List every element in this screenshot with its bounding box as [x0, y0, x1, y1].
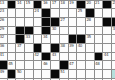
- clue-number: 44: [104, 53, 108, 57]
- clue-number: 24: [34, 9, 38, 13]
- cell-r4c9-black: [77, 35, 85, 43]
- cell-r7c8[interactable]: 47: [69, 61, 77, 69]
- cell-r5c8[interactable]: 39: [69, 44, 77, 52]
- cell-r4c6[interactable]: [51, 35, 59, 43]
- clue-number: 22: [112, 1, 115, 5]
- cell-r0c13[interactable]: 22: [112, 1, 115, 9]
- cell-r4c13[interactable]: [112, 35, 115, 43]
- clue-number: 38: [60, 44, 64, 48]
- cell-r7c5[interactable]: 46: [42, 61, 50, 69]
- cell-r1c10-black: [86, 9, 94, 17]
- clue-number: 36: [0, 44, 4, 48]
- cell-r9c5[interactable]: [42, 79, 50, 80]
- cell-r9c1[interactable]: [8, 79, 16, 80]
- clue-number: 18: [60, 1, 64, 5]
- cell-r4c8-black: [69, 35, 77, 43]
- cell-r2c1[interactable]: [8, 18, 16, 26]
- clue-number: 40: [78, 44, 82, 48]
- cell-r4c10[interactable]: 35: [86, 35, 94, 43]
- cell-r1c7[interactable]: [60, 9, 68, 17]
- cell-r2c4[interactable]: [34, 18, 42, 26]
- cell-r5c7[interactable]: 38: [60, 44, 68, 52]
- cell-r0c4-black: [34, 1, 42, 9]
- cell-r1c2[interactable]: [16, 9, 24, 17]
- cell-r1c9[interactable]: 25: [77, 9, 85, 17]
- cell-r0c9-black: [77, 1, 85, 9]
- cell-r0c10[interactable]: 20: [86, 1, 94, 9]
- cell-r2c12-black: [103, 18, 111, 26]
- cell-r1c3[interactable]: [25, 9, 33, 17]
- cell-r7c10[interactable]: [86, 61, 94, 69]
- cell-r5c0[interactable]: 36: [0, 44, 7, 52]
- clue-number: 42: [34, 53, 38, 57]
- cell-r6c13[interactable]: [112, 53, 115, 61]
- cell-r5c1[interactable]: [8, 44, 16, 52]
- cell-r0c2[interactable]: 14: [16, 1, 24, 9]
- cell-r5c2[interactable]: 37: [16, 44, 24, 52]
- cell-r9c3[interactable]: [25, 79, 33, 80]
- cell-r3c7[interactable]: [60, 27, 68, 35]
- cell-r2c0[interactable]: 26: [0, 18, 7, 26]
- cell-r6c10[interactable]: [86, 53, 94, 61]
- cell-r2c10[interactable]: 28: [86, 18, 94, 26]
- cell-r7c11[interactable]: 48: [95, 61, 103, 69]
- cell-r3c11[interactable]: [95, 27, 103, 35]
- cell-r7c6[interactable]: [51, 61, 59, 69]
- cell-r8c10[interactable]: [86, 70, 94, 78]
- cell-r7c1[interactable]: 45: [8, 61, 16, 69]
- cell-r8c1-black: [8, 70, 16, 78]
- clue-number: 39: [69, 44, 73, 48]
- cell-r8c0[interactable]: 49: [0, 70, 7, 78]
- cell-r9c7[interactable]: [60, 79, 68, 80]
- cell-r6c11-black: [95, 53, 103, 61]
- cell-r3c10[interactable]: [86, 27, 94, 35]
- clue-number: 29: [0, 27, 4, 31]
- clue-number: 15: [26, 1, 30, 5]
- cell-r6c8[interactable]: [69, 53, 77, 61]
- cell-r0c11[interactable]: 21: [95, 1, 103, 9]
- clue-number: 46: [43, 62, 47, 66]
- cell-r2c2[interactable]: [16, 18, 24, 26]
- cell-r9c6[interactable]: [51, 79, 59, 80]
- cell-r2c8[interactable]: [69, 18, 77, 26]
- cell-r1c13[interactable]: [112, 9, 115, 17]
- cell-r6c7[interactable]: [60, 53, 68, 61]
- clue-number: 17: [52, 1, 56, 5]
- clue-number: 25: [78, 9, 82, 13]
- cell-r1c12[interactable]: [103, 9, 111, 17]
- cell-r8c5[interactable]: [42, 70, 50, 78]
- cell-r4c2-black: [16, 35, 24, 43]
- cell-r4c7[interactable]: [60, 35, 68, 43]
- cell-r5c13[interactable]: [112, 44, 115, 52]
- clue-number: 51: [60, 70, 64, 74]
- cell-r3c1[interactable]: [8, 27, 16, 35]
- cell-r9c11[interactable]: [95, 79, 103, 80]
- cell-r3c0[interactable]: 29: [0, 27, 7, 35]
- clue-number: 31: [112, 27, 115, 31]
- clue-number: 47: [69, 62, 73, 66]
- cell-r1c6[interactable]: [51, 9, 59, 17]
- cell-r5c12[interactable]: [103, 44, 111, 52]
- cell-r8c2[interactable]: 50: [16, 70, 24, 78]
- clue-number: 45: [8, 62, 12, 66]
- cell-r7c3[interactable]: [25, 61, 33, 69]
- cell-r9c0[interactable]: [0, 79, 7, 80]
- clue-number: 23: [0, 9, 4, 13]
- cell-r8c6-black: [51, 70, 59, 78]
- cell-r1c1[interactable]: [8, 9, 16, 17]
- clue-number: 13: [0, 1, 4, 5]
- cell-r6c3[interactable]: [25, 53, 33, 61]
- clue-number: 43: [52, 53, 56, 57]
- cell-r8c4[interactable]: [34, 70, 42, 78]
- clue-number: 20: [86, 1, 90, 5]
- cell-r7c7-black: [60, 61, 68, 69]
- clue-number: 49: [0, 70, 4, 74]
- cell-r4c5[interactable]: 34: [42, 35, 50, 43]
- cell-r9c2[interactable]: [16, 79, 24, 80]
- cell-r2c6-black: [51, 18, 59, 26]
- cell-r2c7[interactable]: 27: [60, 18, 68, 26]
- cell-r9c13[interactable]: [112, 79, 115, 80]
- cell-r3c6[interactable]: 30: [51, 27, 59, 35]
- clue-number: 27: [60, 18, 64, 22]
- cell-r8c9[interactable]: [77, 70, 85, 78]
- cell-r7c4[interactable]: [34, 61, 42, 69]
- cell-r3c12[interactable]: [103, 27, 111, 35]
- clue-number: 26: [0, 18, 4, 22]
- clue-number: 41: [0, 53, 4, 57]
- clue-number: 35: [86, 35, 90, 39]
- cell-r9c8[interactable]: [69, 79, 77, 80]
- clue-number: 32: [0, 35, 4, 39]
- cell-r2c9[interactable]: [77, 18, 85, 26]
- cell-r4c4[interactable]: [34, 35, 42, 43]
- cell-r2c11[interactable]: [95, 18, 103, 26]
- cell-r9c12[interactable]: [103, 79, 111, 80]
- clue-number: 28: [86, 18, 90, 22]
- clue-number: 19: [69, 1, 73, 5]
- cell-r6c1[interactable]: [8, 53, 16, 61]
- cell-r5c3[interactable]: [25, 44, 33, 52]
- cell-r6c4[interactable]: 42: [34, 53, 42, 61]
- crossword-cells: 1314151617181920212223242526272829303132…: [0, 0, 115, 80]
- cell-r8c8[interactable]: [69, 70, 77, 78]
- clue-number: 14: [17, 1, 21, 5]
- cell-r0c1-black: [8, 1, 16, 9]
- cell-r7c0-black: [0, 61, 7, 69]
- cell-r5c9[interactable]: 40: [77, 44, 85, 52]
- cell-r7c12[interactable]: [103, 61, 111, 69]
- cell-r4c1[interactable]: [8, 35, 16, 43]
- cell-r0c5[interactable]: 16: [42, 1, 50, 9]
- clue-number: 34: [43, 35, 47, 39]
- cell-r6c9[interactable]: [77, 53, 85, 61]
- cell-r3c4[interactable]: [34, 27, 42, 35]
- cell-r2c13-black: [112, 18, 115, 26]
- cell-r1c11[interactable]: [95, 9, 103, 17]
- cell-r2c3[interactable]: [25, 18, 33, 26]
- cell-r5c10[interactable]: [86, 44, 94, 52]
- cell-r9c4[interactable]: [34, 79, 42, 80]
- cell-r0c7[interactable]: 18: [60, 1, 68, 9]
- cell-r4c12[interactable]: [103, 35, 111, 43]
- clue-number: 16: [43, 1, 47, 5]
- cell-r8c3[interactable]: [25, 70, 33, 78]
- cell-r0c12-black: [103, 1, 111, 9]
- cell-r3c9[interactable]: [77, 27, 85, 35]
- cell-r6c2[interactable]: [16, 53, 24, 61]
- cell-r7c13[interactable]: [112, 61, 115, 69]
- cell-r6c5-black: [42, 53, 50, 61]
- cell-r5c11[interactable]: [95, 44, 103, 52]
- cell-r5c6-black: [51, 44, 59, 52]
- cell-r6c12[interactable]: 44: [103, 53, 111, 61]
- cell-r3c13[interactable]: 31: [112, 27, 115, 35]
- cell-r4c0[interactable]: 32: [0, 35, 7, 43]
- cell-r9c9[interactable]: [77, 79, 85, 80]
- cell-r7c2[interactable]: [16, 61, 24, 69]
- cell-r3c2-black: [16, 27, 24, 35]
- clue-number: 30: [52, 27, 56, 31]
- cell-r3c8[interactable]: [69, 27, 77, 35]
- cell-r9c10[interactable]: [86, 79, 94, 80]
- cell-r0c0[interactable]: 13: [0, 1, 7, 9]
- cell-r1c0[interactable]: 23: [0, 9, 7, 17]
- clue-number: 33: [26, 35, 30, 39]
- cell-r3c3-black: [25, 27, 33, 35]
- cell-r8c7[interactable]: 51: [60, 70, 68, 78]
- cell-r2c5-black: [42, 18, 50, 26]
- cell-r6c6[interactable]: 43: [51, 53, 59, 61]
- cell-r8c13[interactable]: [112, 70, 115, 78]
- clue-number: 37: [17, 44, 21, 48]
- cell-r1c8[interactable]: [69, 9, 77, 17]
- clue-number: 21: [95, 1, 99, 5]
- clue-number: 48: [95, 62, 99, 66]
- cell-r4c11[interactable]: [95, 35, 103, 43]
- cell-r3c5-black: [42, 27, 50, 35]
- cell-r7c9[interactable]: [77, 61, 85, 69]
- cell-r1c5-black: [42, 9, 50, 17]
- clue-number: 50: [17, 70, 21, 74]
- crossword-grid: 1314151617181920212223242526272829303132…: [0, 0, 115, 80]
- cell-r1c4[interactable]: 24: [34, 9, 42, 17]
- cell-r0c6[interactable]: 17: [51, 1, 59, 9]
- cell-r0c3[interactable]: 15: [25, 1, 33, 9]
- cell-r8c11[interactable]: [95, 70, 103, 78]
- cell-r8c12[interactable]: [103, 70, 111, 78]
- cell-r4c3[interactable]: 33: [25, 35, 33, 43]
- cell-r5c5[interactable]: [42, 44, 50, 52]
- cell-r6c0[interactable]: 41: [0, 53, 7, 61]
- cell-r0c8[interactable]: 19: [69, 1, 77, 9]
- cell-r5c4-black: [34, 44, 42, 52]
